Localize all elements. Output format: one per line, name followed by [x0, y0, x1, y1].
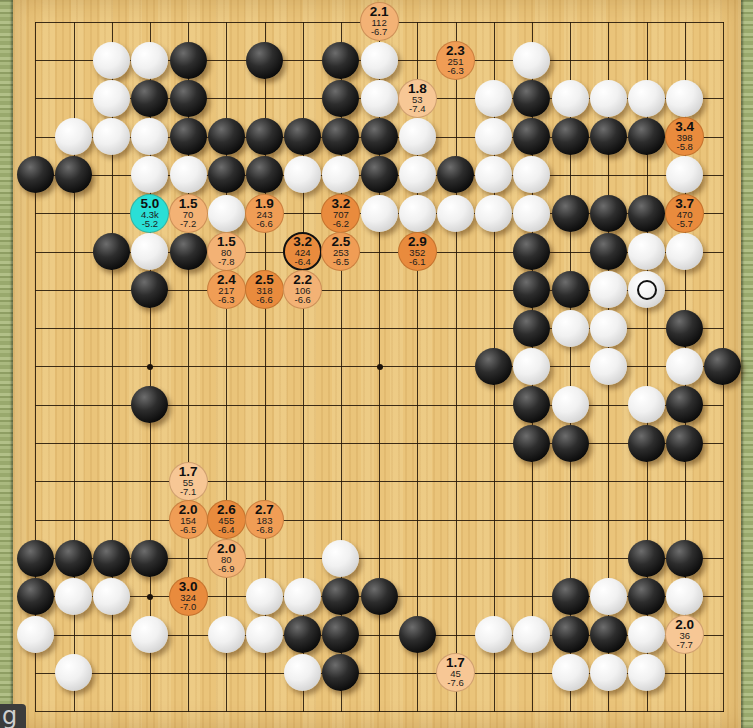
white-stone — [131, 42, 168, 79]
white-stone — [628, 654, 665, 691]
black-stone — [131, 386, 168, 423]
suggestion-score: -7.0 — [180, 602, 196, 612]
last-move-marker — [637, 280, 657, 300]
suggestion-score: -5.2 — [142, 219, 158, 229]
black-stone — [399, 616, 436, 653]
black-stone — [513, 118, 550, 155]
white-stone — [552, 654, 589, 691]
white-stone — [399, 195, 436, 232]
white-stone — [55, 654, 92, 691]
white-stone — [55, 578, 92, 615]
black-stone — [590, 233, 627, 270]
white-stone — [322, 156, 359, 193]
app-logo: g — [0, 704, 26, 728]
white-stone — [170, 156, 207, 193]
white-stone — [628, 233, 665, 270]
white-stone — [666, 80, 703, 117]
black-stone — [628, 425, 665, 462]
suggestion-score: -6.1 — [409, 257, 425, 267]
move-suggestion[interactable]: 2.036-7.7 — [665, 615, 704, 654]
black-stone — [322, 118, 359, 155]
suggestion-score: -6.3 — [218, 295, 234, 305]
star-point — [377, 364, 383, 370]
white-stone — [666, 156, 703, 193]
grid-line-horizontal — [35, 481, 724, 482]
white-stone — [590, 654, 627, 691]
suggestion-score: -6.8 — [256, 525, 272, 535]
white-stone — [131, 233, 168, 270]
white-stone — [208, 616, 245, 653]
suggestion-winrate: 3.2 — [332, 198, 351, 210]
black-stone — [246, 118, 283, 155]
black-stone — [361, 578, 398, 615]
black-stone — [55, 540, 92, 577]
black-stone — [17, 578, 54, 615]
best-move-suggestion[interactable]: 5.04.3k-5.2 — [130, 194, 169, 233]
move-suggestion[interactable]: 2.080-6.9 — [207, 539, 246, 578]
white-stone — [93, 80, 130, 117]
suggestion-winrate: 3.7 — [675, 198, 694, 210]
black-stone — [590, 195, 627, 232]
white-stone — [590, 310, 627, 347]
suggestion-winrate: 1.8 — [408, 83, 427, 95]
white-stone — [284, 578, 321, 615]
white-stone — [437, 195, 474, 232]
white-stone — [590, 348, 627, 385]
black-stone — [513, 310, 550, 347]
white-stone — [17, 616, 54, 653]
white-stone — [246, 578, 283, 615]
white-stone — [131, 616, 168, 653]
white-stone — [666, 233, 703, 270]
suggestion-winrate: 2.3 — [446, 45, 465, 57]
white-stone — [590, 578, 627, 615]
suggestion-score: -7.1 — [180, 487, 196, 497]
move-suggestion[interactable]: 1.755-7.1 — [169, 462, 208, 501]
white-stone — [399, 156, 436, 193]
white-stone — [131, 118, 168, 155]
goban[interactable]: 2.1112-6.72.3251-6.31.853-7.43.4398-5.85… — [13, 0, 741, 728]
white-stone — [475, 80, 512, 117]
suggestion-winrate: 2.0 — [217, 543, 236, 555]
move-suggestion[interactable]: 2.2106-6.6 — [283, 270, 322, 309]
black-stone — [513, 80, 550, 117]
black-stone — [666, 386, 703, 423]
white-stone — [513, 616, 550, 653]
move-suggestion[interactable]: 2.9352-6.1 — [398, 232, 437, 271]
black-stone — [55, 156, 92, 193]
move-suggestion[interactable]: 2.4217-6.3 — [207, 270, 246, 309]
black-stone — [93, 540, 130, 577]
white-stone — [475, 156, 512, 193]
suggestion-score: -6.3 — [447, 66, 463, 76]
white-stone — [322, 540, 359, 577]
black-stone — [208, 156, 245, 193]
white-stone — [666, 348, 703, 385]
suggestion-score: -5.7 — [677, 219, 693, 229]
black-stone — [552, 578, 589, 615]
white-stone — [628, 80, 665, 117]
white-stone — [361, 80, 398, 117]
black-stone — [284, 616, 321, 653]
black-stone — [552, 425, 589, 462]
white-stone — [590, 271, 627, 308]
move-suggestion[interactable]: 2.3251-6.3 — [436, 41, 475, 80]
black-stone — [170, 118, 207, 155]
black-stone — [437, 156, 474, 193]
black-stone — [322, 42, 359, 79]
black-stone — [666, 425, 703, 462]
black-stone — [170, 42, 207, 79]
black-stone — [513, 386, 550, 423]
white-stone — [55, 118, 92, 155]
black-stone — [246, 42, 283, 79]
suggestion-score: -5.8 — [677, 142, 693, 152]
move-suggestion[interactable]: 2.5253-6.5 — [321, 232, 360, 271]
black-stone — [590, 118, 627, 155]
black-stone — [628, 578, 665, 615]
white-stone — [552, 80, 589, 117]
white-stone — [628, 616, 665, 653]
suggestion-score: -6.4 — [218, 525, 234, 535]
black-stone — [704, 348, 741, 385]
black-stone — [513, 425, 550, 462]
left-felt-edge — [0, 0, 13, 728]
black-stone — [170, 233, 207, 270]
black-stone — [552, 195, 589, 232]
grid-line-horizontal — [35, 711, 724, 712]
white-stone — [552, 386, 589, 423]
suggestion-score: -6.6 — [256, 295, 272, 305]
white-stone — [475, 118, 512, 155]
move-suggestion[interactable]: 2.6455-6.4 — [207, 500, 246, 539]
white-stone — [513, 195, 550, 232]
suggestion-score: -6.6 — [256, 219, 272, 229]
star-point — [147, 594, 153, 600]
move-suggestion[interactable]: 3.2424-6.4 — [283, 232, 322, 271]
black-stone — [17, 156, 54, 193]
go-analysis-window: 2.1112-6.72.3251-6.31.853-7.43.4398-5.85… — [0, 0, 753, 728]
white-stone — [628, 386, 665, 423]
white-stone — [361, 195, 398, 232]
white-stone — [475, 195, 512, 232]
grid-line-vertical — [456, 22, 457, 713]
black-stone — [628, 540, 665, 577]
black-stone — [170, 80, 207, 117]
suggestion-score: -7.2 — [180, 219, 196, 229]
white-stone — [284, 654, 321, 691]
suggestion-score: -7.6 — [447, 678, 463, 688]
suggestion-winrate: 5.0 — [141, 198, 160, 210]
white-stone — [246, 616, 283, 653]
grid-line-horizontal — [35, 520, 724, 521]
black-stone — [131, 80, 168, 117]
move-suggestion[interactable]: 3.0324-7.0 — [169, 577, 208, 616]
black-stone — [513, 233, 550, 270]
black-stone — [322, 578, 359, 615]
suggestion-winrate: 1.9 — [255, 198, 274, 210]
black-stone — [322, 654, 359, 691]
star-point — [147, 364, 153, 370]
move-suggestion[interactable]: 1.9243-6.6 — [245, 194, 284, 233]
white-stone — [208, 195, 245, 232]
black-stone — [475, 348, 512, 385]
move-suggestion[interactable]: 1.853-7.4 — [398, 79, 437, 118]
black-stone — [131, 271, 168, 308]
suggestion-score: -6.2 — [333, 219, 349, 229]
black-stone — [93, 233, 130, 270]
white-stone — [93, 118, 130, 155]
suggestion-score: -6.6 — [295, 295, 311, 305]
black-stone — [552, 271, 589, 308]
move-suggestion[interactable]: 3.4398-5.8 — [665, 117, 704, 156]
black-stone — [322, 616, 359, 653]
black-stone — [284, 118, 321, 155]
black-stone — [666, 540, 703, 577]
suggestion-score: -6.9 — [218, 564, 234, 574]
move-suggestion[interactable]: 1.570-7.2 — [169, 194, 208, 233]
black-stone — [17, 540, 54, 577]
move-suggestion[interactable]: 1.745-7.6 — [436, 653, 475, 692]
suggestion-score: -6.5 — [333, 257, 349, 267]
black-stone — [552, 616, 589, 653]
white-stone — [361, 42, 398, 79]
white-stone — [666, 578, 703, 615]
white-stone — [284, 156, 321, 193]
right-felt-edge — [741, 0, 753, 728]
white-stone — [590, 80, 627, 117]
black-stone — [552, 118, 589, 155]
suggestion-score: -7.4 — [409, 104, 425, 114]
black-stone — [513, 271, 550, 308]
black-stone — [666, 310, 703, 347]
suggestion-score: -6.7 — [371, 27, 387, 37]
white-stone — [513, 156, 550, 193]
move-suggestion[interactable]: 2.5318-6.6 — [245, 270, 284, 309]
suggestion-score: -7.7 — [677, 640, 693, 650]
move-suggestion[interactable]: 2.7183-6.8 — [245, 500, 284, 539]
black-stone — [208, 118, 245, 155]
black-stone — [131, 540, 168, 577]
white-stone — [93, 578, 130, 615]
suggestion-winrate: 1.5 — [179, 198, 198, 210]
white-stone — [513, 42, 550, 79]
move-suggestion[interactable]: 3.7470-5.7 — [665, 194, 704, 233]
suggestion-score: -7.8 — [218, 257, 234, 267]
black-stone — [590, 616, 627, 653]
white-stone — [399, 118, 436, 155]
white-stone — [475, 616, 512, 653]
move-suggestion[interactable]: 2.1112-6.7 — [360, 2, 399, 41]
move-suggestion[interactable]: 2.0154-6.5 — [169, 500, 208, 539]
black-stone — [361, 118, 398, 155]
black-stone — [628, 118, 665, 155]
black-stone — [322, 80, 359, 117]
move-suggestion[interactable]: 1.580-7.8 — [207, 232, 246, 271]
move-suggestion[interactable]: 3.2707-6.2 — [321, 194, 360, 233]
black-stone — [246, 156, 283, 193]
white-stone — [552, 310, 589, 347]
white-stone — [131, 156, 168, 193]
white-stone — [93, 42, 130, 79]
white-stone — [513, 348, 550, 385]
suggestion-score: -6.4 — [295, 257, 311, 267]
black-stone — [628, 195, 665, 232]
black-stone — [361, 156, 398, 193]
suggestion-score: -6.5 — [180, 525, 196, 535]
grid-line-horizontal — [35, 443, 724, 444]
